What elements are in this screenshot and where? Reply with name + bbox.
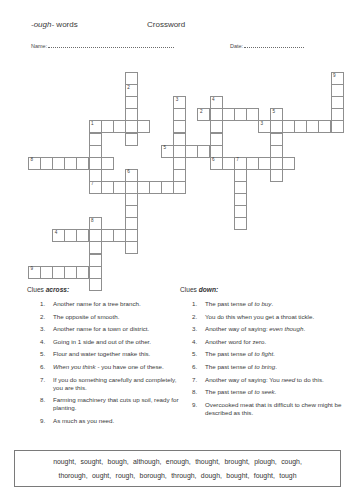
clue-item: 5.Flour and water together make this. [40, 350, 180, 358]
clue-item-number: 3. [192, 325, 205, 333]
crossword-cell[interactable] [282, 157, 295, 170]
clue-number: 6 [212, 158, 215, 163]
clue-item-number: 6. [40, 363, 53, 371]
clue-item-number: 7. [40, 376, 53, 392]
clue-item-number: 8. [192, 388, 205, 396]
clue-item: 9.As much as you need. [40, 417, 180, 425]
clue-item: 9.Overcooked meat that is difficult to c… [192, 401, 347, 417]
clue-item: 7.Another way of saying: You need to do … [192, 376, 347, 384]
date-entry-line[interactable] [244, 42, 304, 48]
crossword-cell[interactable] [173, 181, 186, 194]
clue-item-number: 4. [192, 338, 205, 346]
clue-item-text: Going in 1 side and out of the other. [53, 338, 180, 346]
clue-item-text: If you do something carefully and comple… [53, 376, 180, 392]
clue-item: 4.Another word for zero. [192, 338, 347, 346]
crossword-cell[interactable] [89, 278, 102, 291]
crossword-cell[interactable] [173, 133, 186, 146]
clue-item-number: 8. [40, 396, 53, 412]
clue-item: 6.When you think - you have one of these… [40, 363, 180, 371]
clue-item-text: Another word for zero. [205, 338, 347, 346]
clue-item-text: The past tense of to buy. [205, 300, 347, 308]
clue-number: 6 [127, 170, 130, 175]
crossword-cell[interactable] [125, 217, 138, 230]
clue-item-number: 6. [192, 363, 205, 371]
clue-number: 9 [31, 267, 34, 272]
clues-down-list: 1.The past tense of to buy.2.You do this… [192, 300, 347, 421]
crossword-cell[interactable] [125, 133, 138, 146]
clues-across-header-plain: Clues [27, 286, 46, 293]
clues-across-list: 1.Another name for a tree branch.2.The o… [40, 300, 180, 429]
clues-across-header: Clues across: [27, 286, 69, 293]
clue-item-text: The past tense of to fight. [205, 350, 347, 358]
clue-item-text: Another way of saying: even though. [205, 325, 347, 333]
clues-down-header-em: down: [199, 286, 218, 293]
page-title-italic: -ough- [31, 20, 54, 29]
clue-item: 8.Farming machinery that cuts up soil, r… [40, 396, 180, 412]
crossword-cell[interactable] [234, 217, 247, 230]
crossword-cell[interactable] [101, 157, 114, 170]
date-label: Date: [230, 43, 243, 49]
clue-number: 5 [164, 146, 167, 151]
crossword-cell[interactable] [89, 145, 102, 158]
crossword-cell[interactable]: 8 [89, 217, 102, 230]
clue-item-text: The opposite of smooth. [53, 313, 180, 321]
clue-item-text: Flour and water together make this. [53, 350, 180, 358]
clue-item-text: As much as you need. [53, 417, 180, 425]
clues-down-header-plain: Clues [180, 286, 199, 293]
clue-item-text: Another way of saying: You need to do th… [205, 376, 347, 384]
crossword-cell[interactable]: 4 [210, 96, 223, 109]
clue-item-number: 1. [40, 300, 53, 308]
clue-number: 3 [260, 122, 263, 127]
word-bank: nought, sought, bough, although, enough,… [14, 450, 341, 487]
name-label: Name: [31, 43, 47, 49]
clue-item-number: 5. [40, 350, 53, 358]
clue-item-number: 2. [40, 313, 53, 321]
word-bank-line-2: thorough, ought, rough, borough, through… [15, 469, 340, 483]
clue-item-text: When you think - you have one of these. [53, 363, 180, 371]
clue-number: 7 [91, 182, 94, 187]
clue-item-text: The past tense of to bring. [205, 363, 347, 371]
crossword-cell[interactable] [270, 145, 283, 158]
clue-item-number: 9. [192, 401, 205, 417]
page-title: -ough- words [31, 20, 78, 29]
clue-item-text: You do this when you get a throat tickle… [205, 313, 347, 321]
clue-number: 1 [91, 122, 94, 127]
clue-number: 8 [91, 219, 94, 224]
clue-item-number: 3. [40, 325, 53, 333]
crossword-cell[interactable]: 8 [28, 157, 41, 170]
clue-item: 5.The past tense of to fight. [192, 350, 347, 358]
crossword-cell[interactable]: 6 [125, 169, 138, 182]
clue-item: 1.Another name for a tree branch. [40, 300, 180, 308]
clues-down-header: Clues down: [180, 286, 218, 293]
clue-item-text: Farming machinery that cuts up soil, rea… [53, 396, 180, 412]
clue-number: 2 [200, 110, 203, 115]
clue-item: 4.Going in 1 side and out of the other. [40, 338, 180, 346]
clue-item-text: The past tense of to seek. [205, 388, 347, 396]
crossword-cell[interactable] [125, 72, 138, 85]
crossword-cell[interactable] [89, 254, 102, 267]
clue-item: 2.You do this when you get a throat tick… [192, 313, 347, 321]
clue-item-number: 7. [192, 376, 205, 384]
name-field[interactable]: Name: [31, 42, 174, 49]
clue-number: 2 [127, 86, 130, 91]
clue-item-number: 1. [192, 300, 205, 308]
clue-number: 4 [212, 98, 215, 103]
clue-item-number: 5. [192, 350, 205, 358]
crossword-cell[interactable] [89, 169, 102, 182]
clue-item: 1.The past tense of to buy. [192, 300, 347, 308]
clue-item-number: 9. [40, 417, 53, 425]
crossword-cell[interactable] [125, 241, 138, 254]
clue-item: 6.The past tense of to bring. [192, 363, 347, 371]
clue-item-number: 2. [192, 313, 205, 321]
crossword-cell[interactable] [270, 169, 283, 182]
clue-number: 8 [31, 158, 34, 163]
doc-title: Crossword [147, 20, 185, 29]
crossword-cell[interactable] [331, 120, 344, 133]
clue-item: 8.The past tense of to seek. [192, 388, 347, 396]
crossword-cell[interactable] [125, 108, 138, 121]
name-entry-line[interactable] [48, 42, 174, 48]
clue-item-text: Overcooked meat that is difficult to che… [205, 401, 347, 417]
clue-item: 3.Another way of saying: even though. [192, 325, 347, 333]
clue-number: 9 [333, 74, 336, 79]
clues-across-header-em: across: [46, 286, 69, 293]
crossword-cell[interactable] [173, 169, 186, 182]
clue-number: 3 [176, 98, 179, 103]
crossword-cell[interactable] [331, 108, 344, 121]
clue-number: 4 [55, 231, 58, 236]
clue-item: 2.The opposite of smooth. [40, 313, 180, 321]
word-bank-line-1: nought, sought, bough, although, enough,… [15, 455, 340, 469]
clue-number: 7 [236, 158, 239, 163]
date-field[interactable]: Date: [230, 42, 304, 49]
clue-number: 5 [273, 110, 276, 115]
crossword-cell[interactable] [210, 133, 223, 146]
crossword-cell[interactable] [137, 120, 150, 133]
page-title-rest: words [54, 20, 78, 29]
clue-item-text: Another name for a tree branch. [53, 300, 180, 308]
clue-item: 7.If you do something carefully and comp… [40, 376, 180, 392]
crossword-cell[interactable]: 5 [270, 108, 283, 121]
clue-item-text: Another name for a town or district. [53, 325, 180, 333]
clue-item: 3.Another name for a town or district. [40, 325, 180, 333]
worksheet-page: -ough- words Crossword Name: Date: 12345… [0, 0, 354, 500]
clue-item-number: 4. [40, 338, 53, 346]
